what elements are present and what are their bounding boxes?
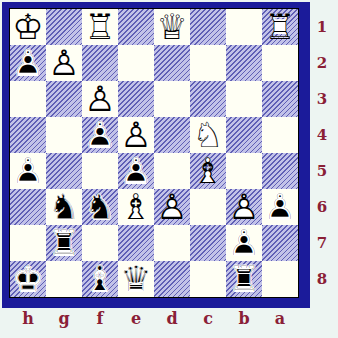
white-bishop[interactable]: ♝♗ xyxy=(190,153,226,189)
black-king-outline-glyph: ♔ xyxy=(10,261,46,297)
square-h3[interactable] xyxy=(10,81,46,117)
square-f7[interactable] xyxy=(82,225,118,261)
rank-labels: 12345678 xyxy=(311,9,333,297)
square-e8[interactable]: ♛♕ xyxy=(118,261,154,297)
white-king-outline-glyph: ♔ xyxy=(10,9,46,45)
white-pawn[interactable]: ♟♙ xyxy=(154,189,190,225)
square-c2[interactable] xyxy=(190,45,226,81)
black-pawn-outline-glyph: ♙ xyxy=(262,189,298,225)
square-c1[interactable] xyxy=(190,9,226,45)
black-pawn[interactable]: ♟♙ xyxy=(118,153,154,189)
file-label-h: h xyxy=(10,309,46,329)
rank-label-2: 2 xyxy=(311,45,333,81)
square-a8[interactable] xyxy=(262,261,298,297)
square-c5[interactable]: ♝♗ xyxy=(190,153,226,189)
black-pawn[interactable]: ♟♙ xyxy=(262,189,298,225)
white-pawn-outline-glyph: ♙ xyxy=(226,189,262,225)
black-knight[interactable]: ♞♘ xyxy=(82,189,118,225)
file-label-g: g xyxy=(46,309,82,329)
black-rook[interactable]: ♜♖ xyxy=(46,225,82,261)
square-h1[interactable]: ♚♔ xyxy=(10,9,46,45)
square-f1[interactable]: ♜♖ xyxy=(82,9,118,45)
white-bishop-outline-glyph: ♗ xyxy=(118,189,154,225)
square-h6[interactable] xyxy=(10,189,46,225)
square-a3[interactable] xyxy=(262,81,298,117)
square-e2[interactable] xyxy=(118,45,154,81)
black-pawn[interactable]: ♟♙ xyxy=(226,225,262,261)
black-pawn[interactable]: ♟♙ xyxy=(82,117,118,153)
square-d1[interactable]: ♛♕ xyxy=(154,9,190,45)
white-queen-outline-glyph: ♕ xyxy=(154,9,190,45)
rank-label-5: 5 xyxy=(311,153,333,189)
square-h5[interactable]: ♟♙ xyxy=(10,153,46,189)
square-h7[interactable] xyxy=(10,225,46,261)
square-b3[interactable] xyxy=(226,81,262,117)
board-frame: ♚♔♜♖♛♕♜♖♟♙♟♙♟♙♟♙♟♙♞♘♟♙♟♙♝♗♞♘♞♘♝♗♟♙♟♙♟♙♜♖… xyxy=(2,2,310,308)
white-pawn-outline-glyph: ♙ xyxy=(118,117,154,153)
black-pawn-outline-glyph: ♙ xyxy=(10,153,46,189)
file-label-a: a xyxy=(262,309,298,329)
chess-board: ♚♔♜♖♛♕♜♖♟♙♟♙♟♙♟♙♟♙♞♘♟♙♟♙♝♗♞♘♞♘♝♗♟♙♟♙♟♙♜♖… xyxy=(10,9,298,297)
white-pawn[interactable]: ♟♙ xyxy=(226,189,262,225)
square-f6[interactable]: ♞♘ xyxy=(82,189,118,225)
white-rook-outline-glyph: ♖ xyxy=(82,9,118,45)
rank-label-6: 6 xyxy=(311,189,333,225)
black-pawn[interactable]: ♟♙ xyxy=(10,45,46,81)
square-g3[interactable] xyxy=(46,81,82,117)
rank-label-1: 1 xyxy=(311,9,333,45)
square-a7[interactable] xyxy=(262,225,298,261)
square-b6[interactable]: ♟♙ xyxy=(226,189,262,225)
square-h4[interactable] xyxy=(10,117,46,153)
black-pawn-outline-glyph: ♙ xyxy=(82,117,118,153)
black-queen[interactable]: ♛♕ xyxy=(118,261,154,297)
black-bishop[interactable]: ♝♗ xyxy=(82,261,118,297)
white-rook[interactable]: ♜♖ xyxy=(262,9,298,45)
white-king[interactable]: ♚♔ xyxy=(10,9,46,45)
file-labels: hgfedcba xyxy=(10,309,298,329)
square-c8[interactable] xyxy=(190,261,226,297)
square-c7[interactable] xyxy=(190,225,226,261)
black-bishop-outline-glyph: ♗ xyxy=(82,261,118,297)
square-d4[interactable] xyxy=(154,117,190,153)
black-rook[interactable]: ♜♖ xyxy=(226,261,262,297)
white-rook-outline-glyph: ♖ xyxy=(262,9,298,45)
board-inner-border: ♚♔♜♖♛♕♜♖♟♙♟♙♟♙♟♙♟♙♞♘♟♙♟♙♝♗♞♘♞♘♝♗♟♙♟♙♟♙♜♖… xyxy=(9,8,299,298)
white-knight[interactable]: ♞♘ xyxy=(190,117,226,153)
black-queen-outline-glyph: ♕ xyxy=(118,261,154,297)
black-knight[interactable]: ♞♘ xyxy=(46,189,82,225)
black-rook-outline-glyph: ♖ xyxy=(226,261,262,297)
square-d5[interactable] xyxy=(154,153,190,189)
white-pawn-outline-glyph: ♙ xyxy=(154,189,190,225)
square-f5[interactable] xyxy=(82,153,118,189)
square-b1[interactable] xyxy=(226,9,262,45)
square-a4[interactable] xyxy=(262,117,298,153)
square-a1[interactable]: ♜♖ xyxy=(262,9,298,45)
square-b8[interactable]: ♜♖ xyxy=(226,261,262,297)
white-rook[interactable]: ♜♖ xyxy=(82,9,118,45)
square-b7[interactable]: ♟♙ xyxy=(226,225,262,261)
square-f2[interactable] xyxy=(82,45,118,81)
file-label-b: b xyxy=(226,309,262,329)
chess-diagram-page: ♚♔♜♖♛♕♜♖♟♙♟♙♟♙♟♙♟♙♞♘♟♙♟♙♝♗♞♘♞♘♝♗♟♙♟♙♟♙♜♖… xyxy=(0,0,338,338)
square-f8[interactable]: ♝♗ xyxy=(82,261,118,297)
white-pawn[interactable]: ♟♙ xyxy=(118,117,154,153)
white-knight-outline-glyph: ♘ xyxy=(190,117,226,153)
square-d2[interactable] xyxy=(154,45,190,81)
black-pawn[interactable]: ♟♙ xyxy=(10,153,46,189)
square-d7[interactable] xyxy=(154,225,190,261)
rank-label-4: 4 xyxy=(311,117,333,153)
file-label-c: c xyxy=(190,309,226,329)
square-g8[interactable] xyxy=(46,261,82,297)
black-pawn-outline-glyph: ♙ xyxy=(10,45,46,81)
black-knight-outline-glyph: ♘ xyxy=(82,189,118,225)
square-e1[interactable] xyxy=(118,9,154,45)
rank-label-7: 7 xyxy=(311,225,333,261)
square-h8[interactable]: ♚♔ xyxy=(10,261,46,297)
square-g2[interactable]: ♟♙ xyxy=(46,45,82,81)
white-queen[interactable]: ♛♕ xyxy=(154,9,190,45)
black-pawn-outline-glyph: ♙ xyxy=(226,225,262,261)
square-c3[interactable] xyxy=(190,81,226,117)
black-knight-outline-glyph: ♘ xyxy=(46,189,82,225)
square-e7[interactable] xyxy=(118,225,154,261)
square-a2[interactable] xyxy=(262,45,298,81)
file-label-f: f xyxy=(82,309,118,329)
square-g6[interactable]: ♞♘ xyxy=(46,189,82,225)
square-d6[interactable]: ♟♙ xyxy=(154,189,190,225)
square-f3[interactable]: ♟♙ xyxy=(82,81,118,117)
square-g4[interactable] xyxy=(46,117,82,153)
square-d3[interactable] xyxy=(154,81,190,117)
square-f4[interactable]: ♟♙ xyxy=(82,117,118,153)
square-b4[interactable] xyxy=(226,117,262,153)
white-pawn-outline-glyph: ♙ xyxy=(82,81,118,117)
square-b5[interactable] xyxy=(226,153,262,189)
rank-label-8: 8 xyxy=(311,261,333,297)
square-c6[interactable] xyxy=(190,189,226,225)
square-g5[interactable] xyxy=(46,153,82,189)
square-b2[interactable] xyxy=(226,45,262,81)
white-bishop-outline-glyph: ♗ xyxy=(190,153,226,189)
square-g7[interactable]: ♜♖ xyxy=(46,225,82,261)
white-pawn[interactable]: ♟♙ xyxy=(46,45,82,81)
white-pawn-outline-glyph: ♙ xyxy=(46,45,82,81)
black-pawn-outline-glyph: ♙ xyxy=(118,153,154,189)
black-king[interactable]: ♚♔ xyxy=(10,261,46,297)
square-c4[interactable]: ♞♘ xyxy=(190,117,226,153)
square-e4[interactable]: ♟♙ xyxy=(118,117,154,153)
white-bishop[interactable]: ♝♗ xyxy=(118,189,154,225)
square-e6[interactable]: ♝♗ xyxy=(118,189,154,225)
rank-label-3: 3 xyxy=(311,81,333,117)
square-a6[interactable]: ♟♙ xyxy=(262,189,298,225)
square-a5[interactable] xyxy=(262,153,298,189)
square-e3[interactable] xyxy=(118,81,154,117)
file-label-e: e xyxy=(118,309,154,329)
square-e5[interactable]: ♟♙ xyxy=(118,153,154,189)
file-label-d: d xyxy=(154,309,190,329)
white-pawn[interactable]: ♟♙ xyxy=(82,81,118,117)
square-h2[interactable]: ♟♙ xyxy=(10,45,46,81)
square-d8[interactable] xyxy=(154,261,190,297)
black-rook-outline-glyph: ♖ xyxy=(46,225,82,261)
square-g1[interactable] xyxy=(46,9,82,45)
